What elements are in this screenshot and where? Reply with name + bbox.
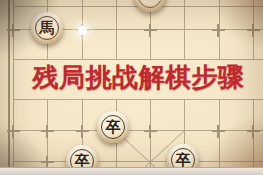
xiangqi-piece-black-soldier-1[interactable]: 卒	[97, 111, 129, 143]
piece-character: 卒	[106, 120, 121, 135]
point-marker-cross	[247, 125, 260, 138]
point-marker-cross	[76, 125, 89, 138]
piece-ring	[138, 0, 162, 8]
move-highlight-dot[interactable]	[78, 26, 87, 35]
bottom-edge-strip	[0, 167, 263, 175]
point-marker-cross	[247, 24, 260, 37]
point-marker-cross	[144, 24, 157, 37]
point-marker-cross	[144, 125, 157, 138]
point-marker-cross	[7, 24, 20, 37]
point-marker-cross	[41, 125, 54, 138]
piece-character: 馬	[40, 21, 55, 36]
xiangqi-piece-cutoff-piece[interactable]	[134, 0, 166, 12]
point-marker-cross	[212, 125, 225, 138]
xiangqi-piece-black-horse[interactable]: 馬	[31, 12, 63, 44]
point-marker-cross	[7, 125, 20, 138]
xiangqi-screenshot: 馬卒卒卒 残局挑战解棋步骤	[0, 0, 263, 175]
point-marker-cross	[212, 24, 225, 37]
piece-character: 卒	[176, 153, 191, 168]
pieces-layer: 馬卒卒卒	[0, 0, 263, 175]
